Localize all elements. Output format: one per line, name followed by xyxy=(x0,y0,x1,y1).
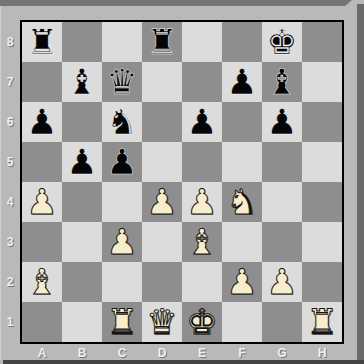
square-a2[interactable]: ♝ xyxy=(22,262,62,302)
square-g2[interactable]: ♟ xyxy=(262,262,302,302)
piece-white-rook[interactable]: ♜ xyxy=(306,302,337,342)
rank-label-8: 8 xyxy=(0,22,20,62)
square-c4[interactable] xyxy=(102,182,142,222)
square-h8[interactable] xyxy=(302,22,342,62)
square-e5[interactable] xyxy=(182,142,222,182)
piece-white-pawn[interactable]: ♟ xyxy=(266,262,297,302)
square-b8[interactable] xyxy=(62,22,102,62)
square-h7[interactable] xyxy=(302,62,342,102)
piece-black-rook[interactable]: ♜ xyxy=(146,22,177,62)
square-c8[interactable] xyxy=(102,22,142,62)
square-a6[interactable]: ♟ xyxy=(22,102,62,142)
square-f8[interactable] xyxy=(222,22,262,62)
square-c1[interactable]: ♜ xyxy=(102,302,142,342)
square-d8[interactable]: ♜ xyxy=(142,22,182,62)
square-h4[interactable] xyxy=(302,182,342,222)
square-g6[interactable]: ♟ xyxy=(262,102,302,142)
square-b4[interactable] xyxy=(62,182,102,222)
file-label-b: B xyxy=(62,345,102,361)
square-b7[interactable]: ♝ xyxy=(62,62,102,102)
file-label-h: H xyxy=(302,345,342,361)
square-a4[interactable]: ♟ xyxy=(22,182,62,222)
piece-black-knight[interactable]: ♞ xyxy=(106,102,137,142)
square-h3[interactable] xyxy=(302,222,342,262)
piece-white-bishop[interactable]: ♝ xyxy=(26,262,57,302)
square-f5[interactable] xyxy=(222,142,262,182)
square-e1[interactable]: ♚ xyxy=(182,302,222,342)
square-a7[interactable] xyxy=(22,62,62,102)
piece-white-pawn[interactable]: ♟ xyxy=(26,182,57,222)
square-b5[interactable]: ♟ xyxy=(62,142,102,182)
square-a8[interactable]: ♜ xyxy=(22,22,62,62)
rank-label-3: 3 xyxy=(0,222,20,262)
file-label-g: G xyxy=(262,345,302,361)
file-label-a: A xyxy=(22,345,62,361)
piece-black-pawn[interactable]: ♟ xyxy=(106,142,137,182)
square-e4[interactable]: ♟ xyxy=(182,182,222,222)
piece-white-pawn[interactable]: ♟ xyxy=(146,182,177,222)
square-g1[interactable] xyxy=(262,302,302,342)
square-f4[interactable]: ♞ xyxy=(222,182,262,222)
rank-label-1: 1 xyxy=(0,302,20,342)
piece-black-rook[interactable]: ♜ xyxy=(26,22,57,62)
square-c5[interactable]: ♟ xyxy=(102,142,142,182)
square-e8[interactable] xyxy=(182,22,222,62)
piece-black-king[interactable]: ♚ xyxy=(266,22,297,62)
piece-white-rook[interactable]: ♜ xyxy=(106,302,137,342)
square-g5[interactable] xyxy=(262,142,302,182)
piece-black-pawn[interactable]: ♟ xyxy=(26,102,57,142)
rank-label-6: 6 xyxy=(0,102,20,142)
square-h5[interactable] xyxy=(302,142,342,182)
piece-black-queen[interactable]: ♛ xyxy=(106,62,137,102)
square-b3[interactable] xyxy=(62,222,102,262)
square-g3[interactable] xyxy=(262,222,302,262)
piece-white-queen[interactable]: ♛ xyxy=(146,302,177,342)
square-g8[interactable]: ♚ xyxy=(262,22,302,62)
square-a1[interactable] xyxy=(22,302,62,342)
square-e6[interactable]: ♟ xyxy=(182,102,222,142)
square-d5[interactable] xyxy=(142,142,182,182)
file-label-d: D xyxy=(142,345,182,361)
square-d7[interactable] xyxy=(142,62,182,102)
window-edge-top xyxy=(0,0,364,6)
window-edge-left xyxy=(0,6,1,360)
square-g4[interactable] xyxy=(262,182,302,222)
square-d1[interactable]: ♛ xyxy=(142,302,182,342)
piece-white-knight[interactable]: ♞ xyxy=(226,182,257,222)
rank-label-5: 5 xyxy=(0,142,20,182)
square-f2[interactable]: ♟ xyxy=(222,262,262,302)
piece-white-pawn[interactable]: ♟ xyxy=(226,262,257,302)
square-f3[interactable] xyxy=(222,222,262,262)
file-label-e: E xyxy=(182,345,222,361)
square-a5[interactable] xyxy=(22,142,62,182)
rank-label-7: 7 xyxy=(0,62,20,102)
piece-black-pawn[interactable]: ♟ xyxy=(266,102,297,142)
square-g7[interactable]: ♝ xyxy=(262,62,302,102)
file-label-c: C xyxy=(102,345,142,361)
square-f7[interactable]: ♟ xyxy=(222,62,262,102)
square-b1[interactable] xyxy=(62,302,102,342)
chess-board: ♜♜♚♝♛♟♝♟♞♟♟♟♟♟♟♟♞♟♝♝♟♟♜♛♚♜ xyxy=(20,20,344,344)
square-e7[interactable] xyxy=(182,62,222,102)
window-edge-bottom xyxy=(3,360,364,364)
piece-white-pawn[interactable]: ♟ xyxy=(106,222,137,262)
piece-black-bishop[interactable]: ♝ xyxy=(266,62,297,102)
square-f1[interactable] xyxy=(222,302,262,342)
piece-black-pawn[interactable]: ♟ xyxy=(226,62,257,102)
square-h1[interactable]: ♜ xyxy=(302,302,342,342)
piece-black-bishop[interactable]: ♝ xyxy=(66,62,97,102)
square-e3[interactable]: ♝ xyxy=(182,222,222,262)
square-d3[interactable] xyxy=(142,222,182,262)
square-d4[interactable]: ♟ xyxy=(142,182,182,222)
square-c2[interactable] xyxy=(102,262,142,302)
square-a3[interactable] xyxy=(22,222,62,262)
square-d2[interactable] xyxy=(142,262,182,302)
piece-white-bishop[interactable]: ♝ xyxy=(186,222,217,262)
window-edge-right xyxy=(357,4,364,364)
square-c3[interactable]: ♟ xyxy=(102,222,142,262)
square-d6[interactable] xyxy=(142,102,182,142)
square-f6[interactable] xyxy=(222,102,262,142)
square-h6[interactable] xyxy=(302,102,342,142)
piece-black-pawn[interactable]: ♟ xyxy=(66,142,97,182)
piece-white-king[interactable]: ♚ xyxy=(186,302,217,342)
square-c6[interactable]: ♞ xyxy=(102,102,142,142)
rank-label-4: 4 xyxy=(0,182,20,222)
square-e2[interactable] xyxy=(182,262,222,302)
rank-label-2: 2 xyxy=(0,262,20,302)
square-b2[interactable] xyxy=(62,262,102,302)
piece-white-pawn[interactable]: ♟ xyxy=(186,182,217,222)
piece-black-pawn[interactable]: ♟ xyxy=(186,102,217,142)
square-h2[interactable] xyxy=(302,262,342,302)
chess-diagram: ♜♜♚♝♛♟♝♟♞♟♟♟♟♟♟♟♞♟♝♝♟♟♜♛♚♜ 87654321 ABCD… xyxy=(0,0,364,364)
square-b6[interactable] xyxy=(62,102,102,142)
file-label-f: F xyxy=(222,345,262,361)
square-c7[interactable]: ♛ xyxy=(102,62,142,102)
